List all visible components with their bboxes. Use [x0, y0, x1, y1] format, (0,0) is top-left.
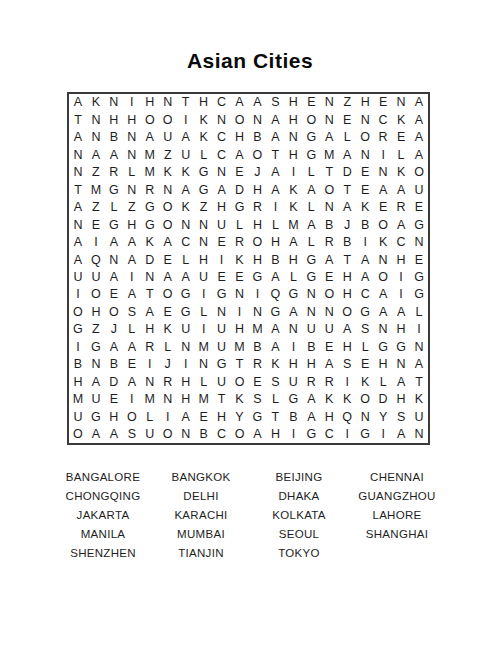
- grid-cell: S: [266, 373, 284, 390]
- grid-cell: A: [105, 426, 123, 443]
- grid-cell: I: [374, 146, 392, 163]
- grid-cell: N: [231, 286, 249, 303]
- grid-cell: C: [356, 286, 374, 303]
- grid-cell: U: [410, 408, 428, 425]
- grid-cell: G: [356, 426, 374, 443]
- grid-cell: I: [177, 356, 195, 373]
- grid-cell: R: [320, 373, 338, 390]
- grid-cell: A: [284, 303, 302, 320]
- grid-cell: A: [123, 234, 141, 251]
- grid-cell: A: [159, 234, 177, 251]
- grid-cell: T: [410, 373, 428, 390]
- grid-cell: A: [123, 251, 141, 268]
- grid-cell: N: [284, 321, 302, 338]
- grid-cell: A: [87, 146, 105, 163]
- grid-cell: E: [123, 356, 141, 373]
- grid-cell: A: [302, 181, 320, 198]
- grid-cell: H: [338, 269, 356, 286]
- grid-cell: B: [105, 129, 123, 146]
- grid-cell: S: [392, 408, 410, 425]
- grid-cell: I: [410, 321, 428, 338]
- grid-cell: T: [69, 111, 87, 128]
- grid-cell: M: [249, 321, 267, 338]
- word-list-item: DHAKA: [250, 487, 348, 506]
- grid-cell: M: [231, 338, 249, 355]
- word-list-item: GUANGZHOU: [348, 487, 446, 506]
- grid-cell: J: [159, 356, 177, 373]
- grid-cell: O: [69, 426, 87, 443]
- grid-cell: O: [159, 216, 177, 233]
- grid-cell: N: [356, 408, 374, 425]
- grid-cell: N: [141, 373, 159, 390]
- grid-cell: Z: [87, 321, 105, 338]
- grid-cell: A: [69, 129, 87, 146]
- grid-cell: U: [213, 321, 231, 338]
- grid-cell: H: [338, 338, 356, 355]
- grid-cell: K: [159, 164, 177, 181]
- grid-cell: A: [356, 269, 374, 286]
- grid-cell: H: [249, 251, 267, 268]
- grid-cell: C: [213, 94, 231, 111]
- grid-cell: G: [302, 426, 320, 443]
- grid-cell: Z: [338, 94, 356, 111]
- grid-cell: A: [338, 199, 356, 216]
- grid-cell: E: [213, 269, 231, 286]
- grid-cell: E: [231, 164, 249, 181]
- grid-cell: E: [356, 164, 374, 181]
- grid-cell: L: [410, 303, 428, 320]
- grid-cell: L: [177, 251, 195, 268]
- grid-cell: R: [249, 199, 267, 216]
- grid-cell: N: [195, 356, 213, 373]
- grid-cell: E: [356, 356, 374, 373]
- grid-cell: I: [87, 234, 105, 251]
- grid-cell: N: [213, 164, 231, 181]
- grid-cell: K: [284, 181, 302, 198]
- grid-cell: A: [374, 181, 392, 198]
- grid-cell: H: [231, 129, 249, 146]
- grid-cell: A: [266, 181, 284, 198]
- grid-cell: M: [284, 216, 302, 233]
- grid-cell: S: [338, 356, 356, 373]
- grid-cell: L: [266, 216, 284, 233]
- grid-cell: M: [141, 391, 159, 408]
- grid-cell: H: [123, 216, 141, 233]
- grid-cell: S: [356, 321, 374, 338]
- grid-cell: R: [302, 373, 320, 390]
- grid-cell: N: [159, 181, 177, 198]
- grid-cell: G: [177, 303, 195, 320]
- grid-cell: H: [195, 251, 213, 268]
- grid-cell: J: [105, 321, 123, 338]
- grid-cell: N: [410, 426, 428, 443]
- grid-cell: A: [392, 426, 410, 443]
- grid-cell: D: [231, 181, 249, 198]
- grid-cell: N: [213, 111, 231, 128]
- grid-cell: G: [302, 146, 320, 163]
- grid-cell: N: [320, 111, 338, 128]
- grid-cell: O: [374, 269, 392, 286]
- grid-cell: E: [231, 269, 249, 286]
- grid-cell: E: [320, 338, 338, 355]
- grid-cell: N: [177, 338, 195, 355]
- grid-cell: U: [213, 338, 231, 355]
- grid-cell: U: [177, 321, 195, 338]
- grid-cell: G: [105, 216, 123, 233]
- grid-cell: A: [69, 234, 87, 251]
- grid-cell: L: [159, 338, 177, 355]
- grid-cell: U: [177, 146, 195, 163]
- grid-cell: T: [231, 356, 249, 373]
- grid-cell: Z: [87, 199, 105, 216]
- grid-cell: J: [249, 164, 267, 181]
- grid-cell: Y: [374, 408, 392, 425]
- grid-cell: K: [231, 391, 249, 408]
- grid-cell: G: [141, 199, 159, 216]
- grid-cell: N: [284, 129, 302, 146]
- grid-cell: A: [356, 251, 374, 268]
- word-list-item: SHANGHAI: [348, 525, 446, 544]
- grid-cell: A: [249, 94, 267, 111]
- grid-cell: R: [159, 373, 177, 390]
- grid-cell: H: [284, 111, 302, 128]
- grid-cell: O: [302, 111, 320, 128]
- grid-cell: O: [338, 303, 356, 320]
- grid-cell: I: [213, 251, 231, 268]
- grid-cell: G: [392, 338, 410, 355]
- grid-cell: A: [374, 286, 392, 303]
- grid-cell: K: [87, 94, 105, 111]
- grid-cell: N: [392, 94, 410, 111]
- word-list-item: MANILA: [54, 525, 152, 544]
- grid-cell: M: [195, 338, 213, 355]
- word-search-grid: AKNIHNTHCAASHENZHENATNHHOOIKNONAHONENCKA…: [67, 92, 430, 445]
- grid-cell: L: [123, 164, 141, 181]
- grid-cell: A: [392, 373, 410, 390]
- grid-cell: E: [356, 181, 374, 198]
- grid-cell: A: [141, 129, 159, 146]
- word-list-item: BEIJING: [250, 468, 348, 487]
- word-list-item: TOKYO: [250, 544, 348, 563]
- grid-cell: A: [105, 269, 123, 286]
- grid-cell: D: [105, 373, 123, 390]
- word-list-item: MUMBAI: [152, 525, 250, 544]
- grid-cell: O: [356, 129, 374, 146]
- grid-cell: N: [123, 129, 141, 146]
- grid-cell: K: [231, 251, 249, 268]
- word-list-item: BANGKOK: [152, 468, 250, 487]
- grid-cell: G: [302, 269, 320, 286]
- grid-cell: A: [338, 321, 356, 338]
- grid-cell: G: [374, 338, 392, 355]
- grid-cell: A: [123, 286, 141, 303]
- grid-cell: O: [159, 111, 177, 128]
- grid-cell: N: [195, 234, 213, 251]
- grid-cell: T: [320, 164, 338, 181]
- grid-cell: B: [320, 216, 338, 233]
- grid-cell: S: [123, 426, 141, 443]
- grid-cell: E: [105, 286, 123, 303]
- grid-cell: B: [284, 408, 302, 425]
- grid-cell: B: [302, 338, 320, 355]
- grid-cell: B: [249, 129, 267, 146]
- grid-cell: N: [87, 356, 105, 373]
- grid-cell: B: [266, 251, 284, 268]
- grid-cell: A: [410, 94, 428, 111]
- grid-cell: A: [177, 269, 195, 286]
- grid-cell: O: [374, 216, 392, 233]
- grid-cell: M: [141, 146, 159, 163]
- grid-cell: N: [374, 251, 392, 268]
- grid-cell: C: [320, 426, 338, 443]
- grid-cell: O: [141, 111, 159, 128]
- grid-cell: B: [105, 356, 123, 373]
- grid-cell: N: [141, 269, 159, 286]
- grid-cell: K: [392, 111, 410, 128]
- grid-cell: O: [410, 164, 428, 181]
- grid-cell: L: [266, 391, 284, 408]
- grid-cell: S: [123, 303, 141, 320]
- grid-cell: T: [266, 408, 284, 425]
- grid-cell: A: [266, 164, 284, 181]
- grid-cell: H: [195, 94, 213, 111]
- grid-cell: H: [213, 199, 231, 216]
- grid-cell: K: [177, 199, 195, 216]
- grid-cell: N: [69, 146, 87, 163]
- grid-cell: N: [302, 286, 320, 303]
- grid-cell: N: [356, 146, 374, 163]
- grid-cell: A: [266, 269, 284, 286]
- grid-cell: A: [177, 181, 195, 198]
- grid-cell: I: [123, 269, 141, 286]
- word-list-item: JAKARTA: [54, 506, 152, 525]
- grid-cell: Y: [231, 408, 249, 425]
- grid-cell: O: [69, 303, 87, 320]
- puzzle-title: Asian Cities: [0, 49, 500, 73]
- grid-cell: H: [87, 303, 105, 320]
- word-list-item: DELHI: [152, 487, 250, 506]
- grid-cell: S: [249, 391, 267, 408]
- grid-cell: A: [284, 234, 302, 251]
- grid-cell: T: [69, 181, 87, 198]
- grid-cell: T: [141, 286, 159, 303]
- grid-cell: M: [69, 391, 87, 408]
- grid-cell: A: [302, 408, 320, 425]
- grid-cell: U: [87, 391, 105, 408]
- grid-cell: E: [374, 199, 392, 216]
- grid-cell: N: [123, 181, 141, 198]
- grid-cell: A: [87, 426, 105, 443]
- grid-cell: G: [231, 199, 249, 216]
- grid-cell: C: [374, 111, 392, 128]
- grid-cell: K: [195, 111, 213, 128]
- grid-cell: A: [410, 129, 428, 146]
- grid-cell: A: [374, 303, 392, 320]
- grid-cell: G: [302, 129, 320, 146]
- grid-cell: K: [159, 321, 177, 338]
- grid-cell: E: [249, 373, 267, 390]
- grid-cell: A: [177, 408, 195, 425]
- grid-cell: L: [302, 234, 320, 251]
- grid-cell: O: [356, 391, 374, 408]
- grid-cell: H: [231, 321, 249, 338]
- grid-cell: I: [231, 303, 249, 320]
- grid-cell: H: [141, 321, 159, 338]
- grid-cell: A: [266, 321, 284, 338]
- grid-cell: O: [231, 373, 249, 390]
- word-list-item: BANGALORE: [54, 468, 152, 487]
- grid-cell: A: [249, 426, 267, 443]
- grid-cell: N: [105, 251, 123, 268]
- grid-cell: B: [195, 426, 213, 443]
- grid-cell: U: [410, 181, 428, 198]
- grid-cell: R: [374, 129, 392, 146]
- grid-cell: N: [177, 426, 195, 443]
- grid-cell: A: [302, 216, 320, 233]
- grid-cell: H: [302, 356, 320, 373]
- grid-cell: A: [410, 146, 428, 163]
- grid-cell: U: [302, 321, 320, 338]
- grid-cell: N: [392, 356, 410, 373]
- grid-cell: A: [338, 146, 356, 163]
- grid-cell: R: [320, 234, 338, 251]
- grid-cell: R: [392, 199, 410, 216]
- grid-cell: A: [266, 338, 284, 355]
- grid-cell: K: [266, 356, 284, 373]
- grid-cell: E: [392, 129, 410, 146]
- word-search-worksheet: Asian Cities AKNIHNTHCAASHENZHENATNHHOOI…: [0, 0, 500, 647]
- grid-cell: H: [374, 356, 392, 373]
- grid-cell: G: [302, 251, 320, 268]
- grid-cell: I: [266, 199, 284, 216]
- grid-cell: H: [177, 391, 195, 408]
- grid-cell: N: [195, 216, 213, 233]
- grid-cell: Z: [123, 199, 141, 216]
- grid-cell: O: [249, 146, 267, 163]
- grid-cell: H: [284, 146, 302, 163]
- grid-cell: I: [374, 426, 392, 443]
- grid-cell: R: [141, 181, 159, 198]
- grid-cell: I: [392, 269, 410, 286]
- grid-cell: L: [302, 199, 320, 216]
- grid-cell: O: [105, 303, 123, 320]
- grid-cell: A: [266, 129, 284, 146]
- grid-cell: R: [231, 234, 249, 251]
- grid-cell: R: [105, 164, 123, 181]
- grid-cell: I: [392, 286, 410, 303]
- grid-cell: A: [392, 216, 410, 233]
- grid-cell: A: [141, 303, 159, 320]
- grid-cell: L: [231, 216, 249, 233]
- grid-cell: N: [69, 216, 87, 233]
- grid-cell: H: [284, 356, 302, 373]
- grid-cell: T: [213, 391, 231, 408]
- grid-cell: M: [141, 164, 159, 181]
- grid-cell: L: [392, 146, 410, 163]
- word-list-item: SHENZHEN: [54, 544, 152, 563]
- grid-cell: I: [338, 426, 356, 443]
- grid-cell: M: [195, 391, 213, 408]
- word-list-item: TIANJIN: [152, 544, 250, 563]
- grid-cell: A: [123, 373, 141, 390]
- grid-cell: C: [213, 146, 231, 163]
- grid-cell: H: [105, 111, 123, 128]
- grid-cell: H: [123, 111, 141, 128]
- grid-cell: S: [266, 94, 284, 111]
- grid-cell: A: [410, 111, 428, 128]
- grid-cell: E: [105, 391, 123, 408]
- grid-cell: N: [87, 111, 105, 128]
- grid-cell: N: [105, 94, 123, 111]
- grid-cell: I: [69, 338, 87, 355]
- grid-cell: B: [249, 338, 267, 355]
- grid-cell: K: [195, 129, 213, 146]
- grid-cell: U: [69, 408, 87, 425]
- grid-cell: I: [284, 426, 302, 443]
- grid-cell: E: [338, 111, 356, 128]
- grid-cell: L: [338, 129, 356, 146]
- grid-cell: N: [87, 129, 105, 146]
- grid-cell: E: [410, 251, 428, 268]
- grid-cell: I: [123, 94, 141, 111]
- grid-cell: K: [284, 199, 302, 216]
- grid-cell: N: [213, 303, 231, 320]
- grid-cell: I: [69, 286, 87, 303]
- grid-cell: B: [356, 216, 374, 233]
- grid-cell: I: [249, 286, 267, 303]
- grid-cell: E: [87, 216, 105, 233]
- grid-cell: B: [338, 234, 356, 251]
- grid-cell: Q: [338, 408, 356, 425]
- grid-cell: H: [284, 94, 302, 111]
- grid-cell: H: [320, 408, 338, 425]
- grid-cell: A: [231, 94, 249, 111]
- grid-cell: D: [141, 251, 159, 268]
- grid-cell: N: [159, 94, 177, 111]
- grid-cell: J: [338, 216, 356, 233]
- word-list-item: LAHORE: [348, 506, 446, 525]
- grid-cell: K: [141, 234, 159, 251]
- grid-cell: E: [195, 408, 213, 425]
- grid-cell: L: [284, 269, 302, 286]
- grid-cell: K: [320, 391, 338, 408]
- grid-cell: H: [177, 373, 195, 390]
- grid-cell: U: [87, 269, 105, 286]
- grid-cell: A: [320, 356, 338, 373]
- grid-cell: U: [320, 321, 338, 338]
- grid-cell: A: [392, 181, 410, 198]
- grid-cell: A: [159, 269, 177, 286]
- grid-cell: G: [195, 181, 213, 198]
- grid-cell: C: [177, 234, 195, 251]
- grid-cell: E: [302, 94, 320, 111]
- grid-cell: H: [266, 234, 284, 251]
- grid-cell: I: [159, 408, 177, 425]
- grid-cell: I: [195, 286, 213, 303]
- grid-cell: A: [123, 338, 141, 355]
- grid-cell: Z: [87, 164, 105, 181]
- grid-cell: N: [123, 146, 141, 163]
- grid-cell: K: [410, 391, 428, 408]
- grid-cell: H: [392, 391, 410, 408]
- grid-cell: G: [249, 408, 267, 425]
- grid-cell: L: [141, 408, 159, 425]
- grid-cell: L: [374, 373, 392, 390]
- grid-cell: A: [320, 129, 338, 146]
- grid-cell: O: [320, 286, 338, 303]
- grid-cell: Z: [159, 146, 177, 163]
- grid-cell: N: [320, 199, 338, 216]
